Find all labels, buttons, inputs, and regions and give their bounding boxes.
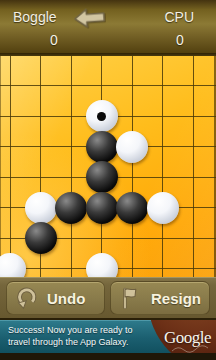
stone-white: [86, 100, 118, 132]
stone-black: [25, 222, 57, 254]
ad-banner[interactable]: Success! Now you are ready to travel thr…: [0, 320, 216, 353]
flag-icon: [119, 286, 143, 310]
grid-line-vertical: [132, 56, 133, 277]
ad-text: Success! Now you are ready to travel thr…: [8, 324, 133, 348]
arrow-left-icon: [73, 7, 106, 29]
resign-label: Resign: [151, 290, 201, 307]
grid-line-vertical: [193, 56, 194, 277]
app-screen: Boggle CPU 0 0 Undo: [0, 0, 216, 360]
undo-label: Undo: [47, 290, 85, 307]
stone-black: [86, 161, 118, 193]
score-left: 0: [36, 32, 72, 48]
grid-line-vertical: [10, 56, 11, 277]
board-edge-right: [214, 56, 216, 277]
resign-button[interactable]: Resign: [110, 281, 210, 315]
stone-black: [86, 131, 118, 163]
grid-line-horizontal: [0, 85, 216, 86]
stone-black: [86, 192, 118, 224]
ad-line-1: Success! Now you are ready to: [8, 324, 133, 336]
stone-black: [116, 192, 148, 224]
score-right: 0: [162, 32, 198, 48]
undo-button[interactable]: Undo: [6, 281, 105, 315]
board-edge-left: [0, 56, 1, 277]
go-board[interactable]: [0, 56, 216, 277]
stone-white: [86, 253, 118, 278]
stone-black: [55, 192, 87, 224]
grid-line-vertical: [71, 56, 72, 277]
player-name-left: Boggle: [13, 9, 57, 25]
undo-icon: [15, 286, 39, 310]
grid-line-vertical: [162, 56, 163, 277]
stone-white: [116, 131, 148, 163]
bottom-strip: [0, 353, 216, 360]
ad-line-2: travel through the App Galaxy.: [8, 336, 133, 348]
stone-white: [25, 192, 57, 224]
stone-white: [147, 192, 179, 224]
stone-white: [0, 253, 26, 278]
player-name-right: CPU: [164, 9, 194, 25]
header-bar: Boggle CPU 0 0: [0, 0, 216, 53]
last-move-marker: [97, 112, 106, 121]
ad-signature-scribble: [172, 345, 212, 353]
button-panel: Undo Resign: [0, 277, 216, 318]
